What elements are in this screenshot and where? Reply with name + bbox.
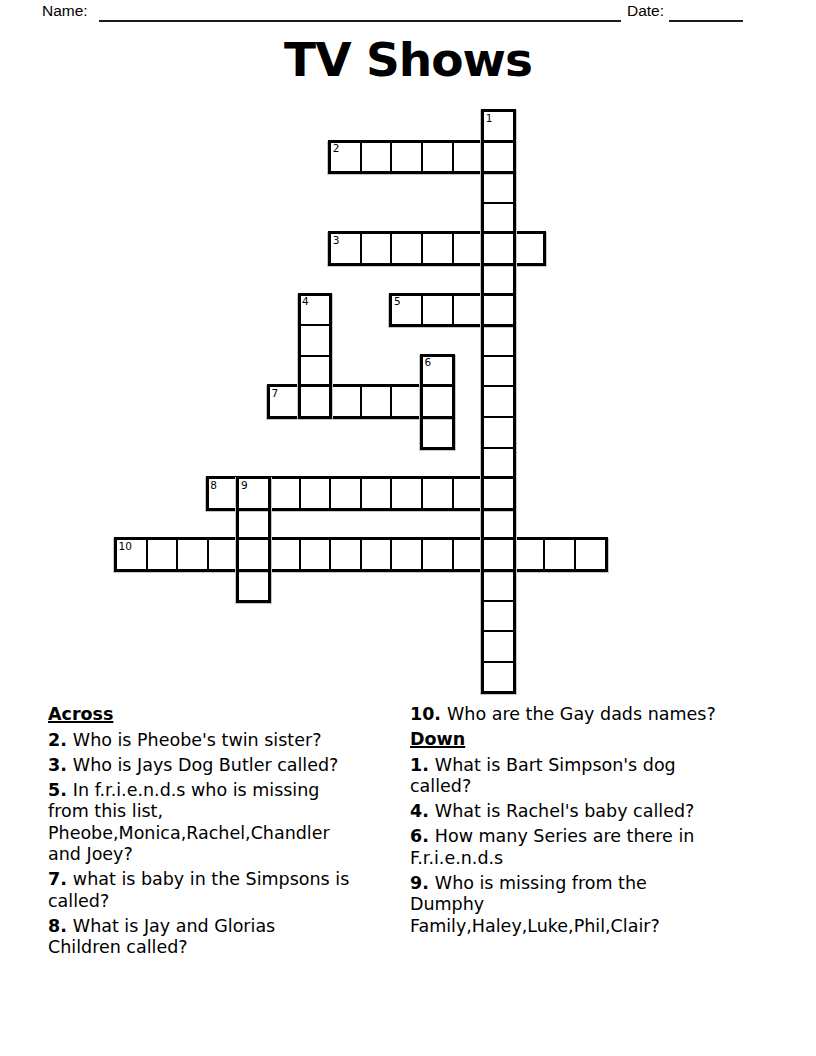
- crossword-cell[interactable]: [176, 538, 209, 571]
- crossword-cell[interactable]: [513, 232, 546, 265]
- clue-across-1: 3.Who is Jays Dog Butler called?: [48, 755, 408, 777]
- crossword-cell[interactable]: [390, 477, 423, 510]
- crossword-cell[interactable]: [421, 232, 454, 265]
- cell-number-1: 1: [486, 113, 493, 124]
- crossword-cell[interactable]: [482, 141, 515, 174]
- clue-text: Who is missing from the Dumphy Family,Ha…: [410, 873, 660, 936]
- clue-across-0: 2.Who is Pheobe's twin sister?: [48, 730, 408, 752]
- crossword-cell[interactable]: [360, 232, 393, 265]
- crossword-cell[interactable]: [452, 538, 485, 571]
- crossword-cell[interactable]: [482, 508, 515, 541]
- crossword-grid: 23578101469: [115, 110, 607, 694]
- clue-number-label: 2.: [48, 730, 67, 750]
- crossword-cell[interactable]: [299, 477, 332, 510]
- crossword-cell[interactable]: [237, 569, 270, 602]
- clue-text: Who is Jays Dog Butler called?: [73, 755, 339, 775]
- crossword-cell[interactable]: [482, 661, 515, 694]
- crossword-cell[interactable]: [421, 416, 454, 449]
- date-write-line[interactable]: [669, 2, 743, 22]
- date-label: Date:: [627, 2, 664, 20]
- clues-column-right: 10.Who are the Gay dads names?Down1.What…: [410, 704, 790, 941]
- clue-number-label: 6.: [410, 826, 429, 846]
- cell-number-9: 9: [241, 480, 248, 491]
- crossword-cell[interactable]: [452, 141, 485, 174]
- crossword-cell[interactable]: [390, 538, 423, 571]
- cell-number-10: 10: [119, 541, 132, 552]
- crossword-cell[interactable]: [452, 232, 485, 265]
- crossword-cell[interactable]: [482, 416, 515, 449]
- crossword-cell[interactable]: [207, 538, 240, 571]
- clue-text: what is baby in the Simpsons is called?: [48, 869, 349, 911]
- crossword-cell[interactable]: [360, 477, 393, 510]
- down-header: Down: [410, 729, 790, 751]
- crossword-cell[interactable]: [299, 538, 332, 571]
- crossword-cell[interactable]: [482, 600, 515, 633]
- clue-across-2: 5.In f.r.i.e.n.d.s who is missing from t…: [48, 780, 408, 866]
- crossword-cell[interactable]: [329, 385, 362, 418]
- cell-number-2: 2: [333, 143, 340, 154]
- crossword-cell[interactable]: [390, 232, 423, 265]
- crossword-cell[interactable]: [421, 477, 454, 510]
- crossword-cell[interactable]: [482, 202, 515, 235]
- cell-number-8: 8: [210, 480, 217, 491]
- name-write-line[interactable]: [99, 2, 621, 22]
- crossword-cell[interactable]: [390, 141, 423, 174]
- crossword-cell[interactable]: [329, 477, 362, 510]
- crossword-cell[interactable]: [482, 538, 515, 571]
- crossword-cell[interactable]: [237, 508, 270, 541]
- clues-column-left: Across2.Who is Pheobe's twin sister?3.Wh…: [48, 704, 408, 962]
- crossword-cell[interactable]: [482, 477, 515, 510]
- crossword-cell[interactable]: [390, 385, 423, 418]
- crossword-cell[interactable]: [299, 355, 332, 388]
- clue-text: How many Series are there in F.r.i.e.n.d…: [410, 826, 694, 868]
- crossword-cell[interactable]: [482, 171, 515, 204]
- cell-number-6: 6: [425, 357, 432, 368]
- cell-number-3: 3: [333, 235, 340, 246]
- clue-down-0: 1.What is Bart Simpson's dog called?: [410, 755, 790, 798]
- crossword-cell[interactable]: [482, 324, 515, 357]
- crossword-cell[interactable]: [146, 538, 179, 571]
- crossword-cell[interactable]: [268, 538, 301, 571]
- name-label: Name:: [42, 2, 88, 20]
- clue-down-2: 6.How many Series are there in F.r.i.e.n…: [410, 826, 790, 869]
- clue-number-label: 9.: [410, 873, 429, 893]
- crossword-cell[interactable]: [452, 477, 485, 510]
- crossword-cell[interactable]: [452, 294, 485, 327]
- clue-text: Who is Pheobe's twin sister?: [73, 730, 322, 750]
- crossword-cell[interactable]: [421, 538, 454, 571]
- crossword-cell[interactable]: [299, 324, 332, 357]
- cell-number-7: 7: [272, 388, 279, 399]
- clue-text: What is Rachel's baby called?: [435, 801, 695, 821]
- crossword-cell[interactable]: [421, 141, 454, 174]
- clue-number-label: 4.: [410, 801, 429, 821]
- clue-number-label: 8.: [48, 916, 67, 936]
- cell-number-4: 4: [302, 296, 309, 307]
- clue-number-label: 10.: [410, 704, 441, 724]
- crossword-cell[interactable]: [482, 569, 515, 602]
- crossword-cell[interactable]: [574, 538, 607, 571]
- clue-number-label: 3.: [48, 755, 67, 775]
- clue-down-3: 9.Who is missing from the Dumphy Family,…: [410, 873, 790, 938]
- crossword-cell[interactable]: [237, 538, 270, 571]
- clue-across-5: 10.Who are the Gay dads names?: [410, 704, 790, 726]
- crossword-cell[interactable]: [360, 538, 393, 571]
- crossword-cell[interactable]: [482, 630, 515, 663]
- crossword-cell[interactable]: [482, 232, 515, 265]
- clue-number-label: 1.: [410, 755, 429, 775]
- crossword-cell[interactable]: [543, 538, 576, 571]
- across-header: Across: [48, 704, 408, 726]
- crossword-cell[interactable]: [299, 385, 332, 418]
- crossword-cell[interactable]: [268, 477, 301, 510]
- clue-text: Who are the Gay dads names?: [447, 704, 716, 724]
- crossword-cell[interactable]: [482, 385, 515, 418]
- worksheet-page: Name: Date: TV Shows 23578101469 Across2…: [0, 0, 816, 1056]
- crossword-cell[interactable]: [482, 355, 515, 388]
- clue-text: What is Jay and Glorias Children called?: [48, 916, 275, 958]
- clue-text: In f.r.i.e.n.d.s who is missing from thi…: [48, 780, 330, 865]
- clue-number-label: 5.: [48, 780, 67, 800]
- crossword-cell[interactable]: [360, 385, 393, 418]
- crossword-cell[interactable]: [421, 294, 454, 327]
- clue-across-3: 7.what is baby in the Simpsons is called…: [48, 869, 408, 912]
- crossword-cell[interactable]: [329, 538, 362, 571]
- crossword-cell[interactable]: [482, 263, 515, 296]
- crossword-cell[interactable]: [482, 294, 515, 327]
- clue-across-4: 8.What is Jay and Glorias Children calle…: [48, 916, 408, 959]
- clue-text: What is Bart Simpson's dog called?: [410, 755, 676, 797]
- crossword-cell[interactable]: [482, 447, 515, 480]
- clue-number-label: 7.: [48, 869, 67, 889]
- clue-down-1: 4.What is Rachel's baby called?: [410, 801, 790, 823]
- crossword-cell[interactable]: [360, 141, 393, 174]
- puzzle-title: TV Shows: [0, 33, 816, 87]
- cell-number-5: 5: [394, 296, 401, 307]
- crossword-cell[interactable]: [421, 385, 454, 418]
- crossword-cell[interactable]: [513, 538, 546, 571]
